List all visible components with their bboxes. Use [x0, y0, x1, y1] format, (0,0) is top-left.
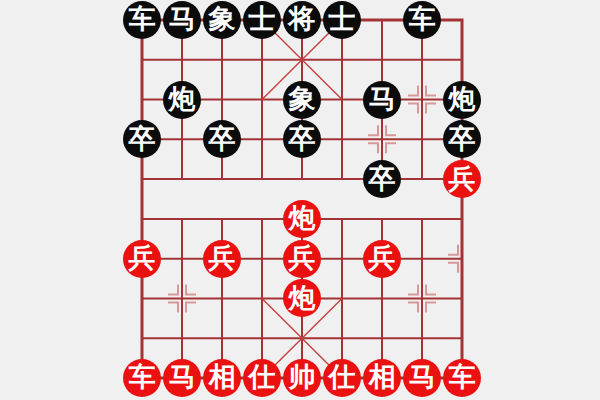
piece-black-elephant[interactable]: 象	[203, 1, 241, 39]
piece-red-soldier[interactable]: 兵	[363, 240, 401, 278]
piece-black-advisor[interactable]: 士	[243, 1, 281, 39]
piece-red-general[interactable]: 帅	[283, 359, 321, 397]
piece-black-soldier[interactable]: 卒	[363, 160, 401, 198]
piece-black-soldier[interactable]: 卒	[283, 120, 321, 158]
piece-red-soldier[interactable]: 兵	[123, 240, 161, 278]
piece-black-advisor[interactable]: 士	[323, 1, 361, 39]
piece-red-soldier[interactable]: 兵	[283, 240, 321, 278]
piece-red-advisor[interactable]: 仕	[323, 359, 361, 397]
xiangqi-diagram: 车马象士将士车炮象马炮卒卒卒卒卒兵炮兵兵兵兵炮车马相仕帅仕相马车	[0, 0, 600, 400]
piece-red-soldier[interactable]: 兵	[203, 240, 241, 278]
piece-red-elephant[interactable]: 相	[363, 359, 401, 397]
piece-red-cannon[interactable]: 炮	[283, 279, 321, 317]
piece-red-elephant[interactable]: 相	[203, 359, 241, 397]
piece-black-soldier[interactable]: 卒	[203, 120, 241, 158]
piece-black-chariot[interactable]: 车	[403, 1, 441, 39]
piece-black-general[interactable]: 将	[283, 1, 321, 39]
piece-black-cannon[interactable]: 炮	[443, 81, 481, 119]
piece-black-elephant[interactable]: 象	[283, 81, 321, 119]
piece-red-horse[interactable]: 马	[163, 359, 201, 397]
piece-red-soldier[interactable]: 兵	[443, 160, 481, 198]
piece-black-cannon[interactable]: 炮	[163, 81, 201, 119]
piece-black-horse[interactable]: 马	[363, 81, 401, 119]
piece-black-soldier[interactable]: 卒	[443, 120, 481, 158]
piece-black-chariot[interactable]: 车	[123, 1, 161, 39]
piece-red-chariot[interactable]: 车	[123, 359, 161, 397]
piece-red-chariot[interactable]: 车	[443, 359, 481, 397]
piece-black-horse[interactable]: 马	[163, 1, 201, 39]
piece-black-soldier[interactable]: 卒	[123, 120, 161, 158]
xiangqi-board[interactable]: 车马象士将士车炮象马炮卒卒卒卒卒兵炮兵兵兵兵炮车马相仕帅仕相马车	[122, 0, 482, 398]
piece-red-cannon[interactable]: 炮	[283, 200, 321, 238]
piece-red-horse[interactable]: 马	[403, 359, 441, 397]
piece-red-advisor[interactable]: 仕	[243, 359, 281, 397]
